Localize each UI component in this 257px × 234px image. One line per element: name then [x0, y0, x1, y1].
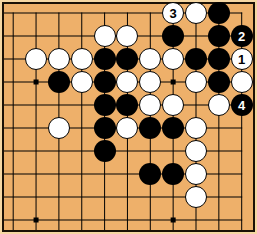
black-stone: [208, 25, 230, 47]
black-stone: [48, 71, 70, 93]
black-stone: [139, 117, 161, 139]
white-stone: [116, 117, 138, 139]
white-stone: [185, 140, 207, 162]
black-stone-move-2: 2: [231, 25, 253, 47]
white-stone: [116, 25, 138, 47]
white-stone: [231, 71, 253, 93]
black-stone: [116, 48, 138, 70]
black-stone: [162, 163, 184, 185]
white-stone: [185, 163, 207, 185]
white-stone: [139, 71, 161, 93]
white-stone: [162, 48, 184, 70]
white-stone: [185, 2, 207, 24]
go-diagram: { "game": "go", "diagram_title": "", "bo…: [0, 0, 257, 234]
black-stone: [208, 48, 230, 70]
go-board: 3214: [2, 2, 255, 232]
black-stone: [162, 117, 184, 139]
white-stone: [185, 186, 207, 208]
black-stone: [162, 25, 184, 47]
white-stone-move-3: 3: [162, 2, 184, 24]
white-stone: [71, 48, 93, 70]
black-stone: [139, 163, 161, 185]
white-stone: [139, 94, 161, 116]
white-stone: [162, 94, 184, 116]
white-stone: [94, 25, 116, 47]
black-stone: [208, 71, 230, 93]
white-stone: [185, 71, 207, 93]
white-stone: [139, 48, 161, 70]
white-stone: [48, 117, 70, 139]
white-stone: [71, 71, 93, 93]
white-stone: [116, 71, 138, 93]
black-stone: [116, 94, 138, 116]
black-stone: [208, 2, 230, 24]
white-stone: [48, 48, 70, 70]
black-stone: [94, 117, 116, 139]
black-stone: [94, 140, 116, 162]
white-stone-move-1: 1: [231, 48, 253, 70]
white-stone: [185, 117, 207, 139]
black-stone-move-4: 4: [231, 94, 253, 116]
black-stone: [94, 71, 116, 93]
black-stone: [185, 48, 207, 70]
black-stone: [94, 48, 116, 70]
white-stone: [208, 94, 230, 116]
stone-grid: 3214: [2, 2, 253, 232]
black-stone: [94, 94, 116, 116]
white-stone: [25, 48, 47, 70]
